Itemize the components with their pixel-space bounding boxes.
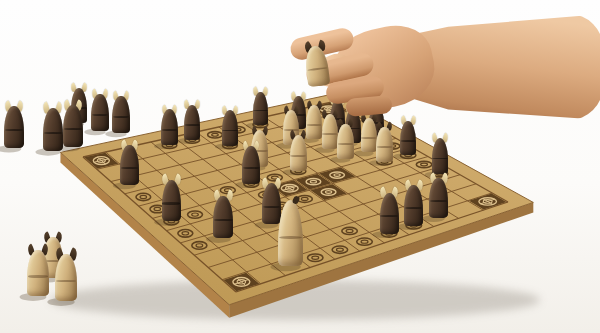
piece-body (304, 45, 331, 87)
piece-groove (44, 132, 63, 134)
attacker-piece[interactable] (161, 109, 178, 145)
defender-piece[interactable] (290, 135, 307, 172)
piece-groove (338, 143, 353, 145)
piece-body (120, 145, 139, 184)
attacker-piece[interactable] (432, 138, 449, 174)
attacker-piece[interactable] (400, 121, 416, 155)
piece-body (404, 185, 423, 225)
attacker-piece[interactable] (213, 196, 233, 238)
piece-groove (185, 124, 200, 126)
piece-body (432, 138, 449, 174)
piece-body (380, 193, 399, 234)
piece-body (184, 105, 200, 140)
piece-body (222, 110, 238, 145)
defender-piece[interactable] (306, 105, 322, 139)
piece-body (376, 127, 392, 162)
piece-body (27, 250, 49, 296)
piece-body (162, 180, 182, 222)
piece-groove (307, 124, 322, 126)
piece-groove (401, 140, 416, 142)
defender-piece[interactable] (55, 254, 77, 301)
attacker-piece[interactable] (429, 178, 448, 217)
piece-groove (430, 200, 447, 202)
piece-body (278, 200, 302, 266)
piece-groove (290, 155, 306, 157)
held-defender-piece[interactable] (304, 45, 331, 87)
defender-piece[interactable] (337, 124, 353, 159)
defender-piece[interactable] (361, 118, 377, 152)
piece-body (429, 178, 448, 217)
piece-body (290, 135, 307, 172)
piece-body (400, 121, 416, 155)
defender-piece[interactable] (322, 114, 338, 148)
piece-body (161, 109, 178, 145)
piece-body (63, 105, 83, 147)
king-piece[interactable] (278, 200, 302, 266)
piece-body (361, 118, 377, 152)
piece-groove (162, 202, 180, 204)
attacker-piece[interactable] (404, 185, 423, 225)
piece-body (337, 124, 353, 159)
piece-body (55, 254, 77, 301)
attacker-piece[interactable] (184, 105, 200, 140)
piece-body (112, 96, 129, 133)
piece-body (213, 196, 233, 238)
attacker-piece[interactable] (162, 180, 182, 222)
attacker-piece[interactable] (120, 145, 139, 184)
defender-piece[interactable] (376, 127, 392, 162)
piece-groove (162, 129, 177, 131)
piece-groove (28, 275, 48, 277)
attacker-piece[interactable] (253, 92, 268, 125)
defender-piece[interactable] (27, 250, 49, 296)
piece-groove (121, 167, 138, 169)
attacker-piece[interactable] (242, 146, 260, 184)
attacker-piece[interactable] (4, 106, 24, 148)
attacker-piece[interactable] (63, 105, 83, 147)
piece-body (253, 92, 268, 125)
piece-groove (377, 146, 392, 148)
attacker-piece[interactable] (43, 108, 63, 151)
attacker-piece[interactable] (112, 96, 129, 133)
piece-body (43, 108, 63, 151)
piece-groove (361, 137, 376, 139)
piece-body (4, 106, 24, 148)
piece-body (306, 105, 322, 139)
piece-body (91, 94, 108, 131)
piece-body (322, 114, 338, 148)
piece-body (242, 146, 260, 184)
piece-groove (243, 167, 259, 169)
attacker-piece[interactable] (222, 110, 238, 145)
hnefatafl-game-scene (0, 0, 600, 333)
attacker-piece[interactable] (91, 94, 108, 131)
attacker-piece[interactable] (380, 193, 399, 234)
